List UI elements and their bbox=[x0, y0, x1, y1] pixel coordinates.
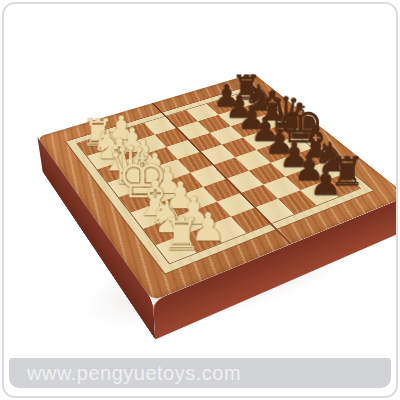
black-pawn-piece: ♟ bbox=[310, 164, 342, 200]
watermark-bar: www.pengyuetoys.com bbox=[9, 358, 391, 388]
product-photo-card: ♜♟♟♜♞♟♟♞♝♟♟♝♛♟♟♛♚♟♟♚♝♟♟♝♞♟♟♞♜♟♟♜ www.pen… bbox=[2, 2, 398, 398]
chess-scene: ♜♟♟♜♞♟♟♞♝♟♟♝♛♟♟♛♚♟♟♚♝♟♟♝♞♟♟♞♜♟♟♜ bbox=[4, 4, 396, 396]
white-rook-piece: ♜ bbox=[162, 212, 202, 256]
watermark-url: www.pengyuetoys.com bbox=[27, 362, 241, 385]
